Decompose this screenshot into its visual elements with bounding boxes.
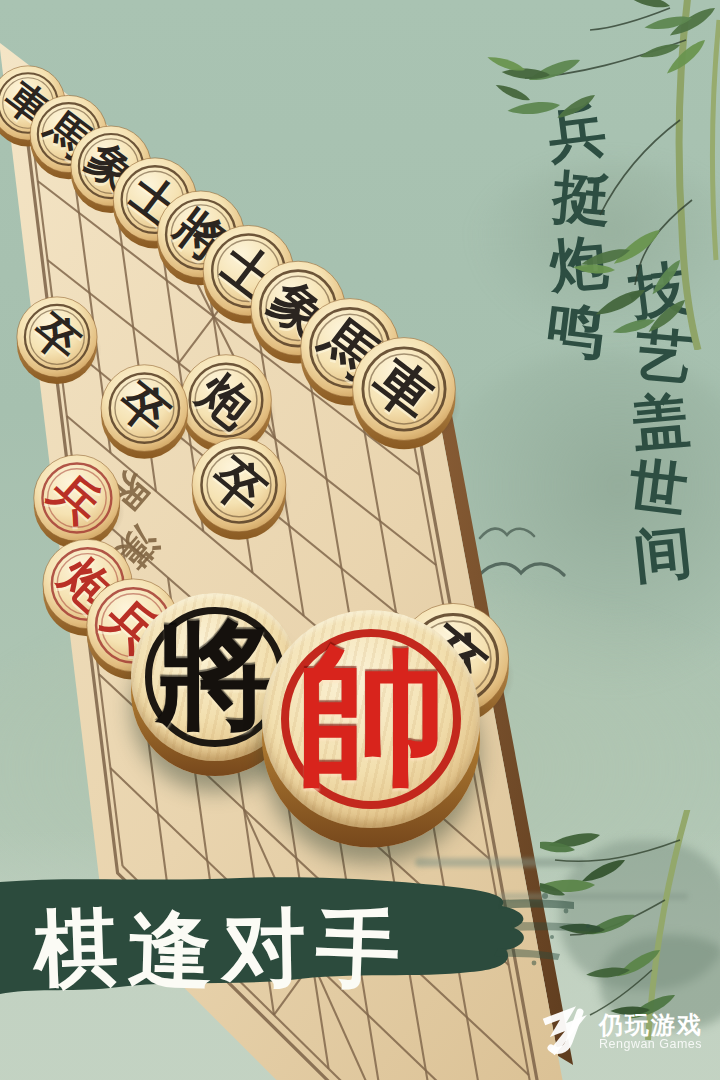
publisher-logo: 仍玩游戏 Rengwan Games <box>538 1006 703 1058</box>
logo-name-en: Rengwan Games <box>599 1038 703 1051</box>
logo-name-cn: 仍玩游戏 <box>599 1013 703 1038</box>
poster-title: 棋逢对手 <box>34 892 410 1006</box>
logo-mark-icon <box>538 1006 590 1058</box>
piece-character: 帥 <box>262 610 480 828</box>
calligraphy-char: 棋 <box>32 890 130 1007</box>
featured-piece-shuai: 帥 <box>262 610 480 828</box>
calligraphy-char: 手 <box>314 891 412 1008</box>
calligraphy-char: 对 <box>221 891 317 1007</box>
board-piece-black: 車車 <box>353 338 461 450</box>
calligraphy-char: 逢 <box>126 893 223 1009</box>
